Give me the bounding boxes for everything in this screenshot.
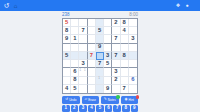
- hint-label: Hint: [129, 99, 134, 102]
- cell-r9c6[interactable]: 9: [104, 85, 112, 93]
- cell-r2c5[interactable]: 5: [96, 27, 104, 35]
- numpad-1[interactable]: 1: [62, 105, 70, 112]
- cell-r3c8[interactable]: [121, 35, 129, 43]
- cell-r9c7[interactable]: [112, 85, 120, 93]
- undo-icon: ↺: [65, 98, 68, 102]
- cell-r4c8[interactable]: [121, 44, 129, 52]
- cell-r8c8[interactable]: [121, 77, 129, 85]
- cell-value: 9: [98, 44, 101, 50]
- cell-value: 2: [114, 77, 117, 83]
- cell-value: 1: [73, 36, 76, 42]
- cell-value: 8: [65, 28, 68, 34]
- number-pad: 123456789: [62, 105, 138, 112]
- cell-r4c4[interactable]: [88, 44, 96, 52]
- cell-r9c8[interactable]: 7: [121, 85, 129, 93]
- cell-value: 5: [106, 61, 109, 67]
- cell-r7c1[interactable]: [63, 68, 71, 76]
- cell-r7c8[interactable]: [121, 68, 129, 76]
- cell-r5c6[interactable]: 3: [104, 52, 112, 60]
- cell-value: 7: [114, 36, 117, 42]
- cell-r8c3[interactable]: [79, 77, 87, 85]
- cell-r8c2[interactable]: 8: [71, 77, 79, 85]
- cell-value: 4: [65, 86, 68, 92]
- pencil-icon: ✎: [104, 98, 107, 102]
- info-row: 238 8:00: [62, 12, 138, 18]
- cell-r2c8[interactable]: 4: [121, 27, 129, 35]
- cell-r1c9[interactable]: [129, 19, 137, 27]
- cell-r1c8[interactable]: 8: [121, 19, 129, 27]
- cell-value: 4: [123, 28, 126, 34]
- hint-button[interactable]: ◉ Hint: [121, 96, 139, 104]
- cell-r8c5[interactable]: 1: [96, 77, 104, 85]
- cell-r4c6[interactable]: [104, 44, 112, 52]
- cell-r2c6[interactable]: [104, 27, 112, 35]
- cell-value: 2: [114, 20, 117, 26]
- cell-value: 3: [131, 36, 134, 42]
- cell-value: 6: [131, 77, 134, 83]
- cell-value: 7: [123, 86, 126, 92]
- numpad-4[interactable]: 4: [88, 105, 96, 112]
- undo-button[interactable]: ↺ Undo: [62, 96, 80, 104]
- cell-value: 6: [73, 69, 76, 75]
- cell-value: 5: [73, 86, 76, 92]
- cell-r5c2[interactable]: [71, 52, 79, 60]
- pencil-notes: 1: [96, 77, 103, 80]
- cell-r1c5[interactable]: [96, 19, 104, 27]
- cell-r5c8[interactable]: 8: [121, 52, 129, 60]
- cell-r1c7[interactable]: 2: [112, 19, 120, 27]
- cell-value: 5: [65, 20, 68, 26]
- cell-r2c3[interactable]: 7: [79, 27, 87, 35]
- cell-r7c3[interactable]: 1 1: [79, 68, 87, 76]
- cell-value: 3: [114, 69, 117, 75]
- palette-icon[interactable]: ❖: [174, 0, 182, 11]
- erase-label: Erase: [88, 99, 96, 102]
- cell-value: 9: [106, 86, 109, 92]
- cell-r5c3[interactable]: [79, 52, 87, 60]
- control-buttons: ↺ Undo ▱ Erase ✎ Notes ◉ Hint: [62, 96, 138, 104]
- cell-value: 8: [123, 53, 126, 59]
- cell-value: 7: [98, 61, 101, 67]
- cell-r8c1[interactable]: [63, 77, 71, 85]
- undo-label: Undo: [69, 99, 76, 102]
- restart-icon[interactable]: ↺: [2, 0, 11, 11]
- cell-r3c3[interactable]: [79, 35, 87, 43]
- cell-r4c3[interactable]: [79, 44, 87, 52]
- cell-r1c3[interactable]: [79, 19, 87, 27]
- cell-r4c5[interactable]: 9: [96, 44, 104, 52]
- cell-r8c9[interactable]: 6: [129, 77, 137, 85]
- cell-r6c9[interactable]: [129, 60, 137, 68]
- cell-r6c8[interactable]: [121, 60, 129, 68]
- cell-value: 7: [81, 28, 84, 34]
- top-bar: ↺ ⌂ ❖ ●: [0, 0, 200, 11]
- cell-r5c9[interactable]: [129, 52, 137, 60]
- cell-r6c5[interactable]: 7: [96, 60, 104, 68]
- cell-r9c1[interactable]: 4: [63, 85, 71, 93]
- cell-r3c9[interactable]: 3: [129, 35, 137, 43]
- cell-r3c6[interactable]: [104, 35, 112, 43]
- cell-value: 3: [106, 53, 109, 59]
- cell-r1c2[interactable]: [71, 19, 79, 27]
- cell-r9c3[interactable]: [79, 85, 87, 93]
- cell-r5c7[interactable]: 7: [112, 52, 120, 60]
- hint-badge: [136, 95, 140, 99]
- cell-r5c1[interactable]: 5: [63, 52, 71, 60]
- cell-value: 9: [65, 36, 68, 42]
- cell-value: 8: [73, 77, 76, 83]
- cell-r3c1[interactable]: 9: [63, 35, 71, 43]
- erase-button[interactable]: ▱ Erase: [82, 96, 100, 104]
- sudoku-app: ↺ ⌂ ❖ ● 238 8:00 5288754917395737837561 …: [0, 0, 200, 112]
- cell-value: 8: [123, 20, 126, 26]
- cell-r8c4[interactable]: [88, 77, 96, 85]
- cell-r9c2[interactable]: 5: [71, 85, 79, 93]
- cell-value: 5: [65, 53, 68, 59]
- notes-on-badge: [116, 95, 120, 99]
- notes-button[interactable]: ✎ Notes: [101, 96, 119, 104]
- cell-value: 7: [114, 53, 117, 59]
- cell-r6c4[interactable]: [88, 60, 96, 68]
- hint-icon: ◉: [125, 98, 128, 102]
- cell-r7c6[interactable]: [104, 68, 112, 76]
- cell-r1c6[interactable]: [104, 19, 112, 27]
- numpad-8[interactable]: 8: [122, 105, 130, 112]
- notes-label: Notes: [108, 99, 116, 102]
- cell-r4c7[interactable]: [112, 44, 120, 52]
- cell-r1c1[interactable]: 5: [63, 19, 71, 27]
- sudoku-board: 5288754917395737837561 1381264597: [62, 18, 138, 94]
- cell-r4c9[interactable]: [129, 44, 137, 52]
- numpad-7[interactable]: 7: [113, 105, 121, 112]
- cell-value: 5: [98, 28, 101, 34]
- home-icon[interactable]: ⌂: [11, 0, 20, 11]
- cell-value: 7: [90, 53, 93, 59]
- cell-r9c5[interactable]: [96, 85, 104, 93]
- cell-r1c4[interactable]: [88, 19, 96, 27]
- numpad-3[interactable]: 3: [79, 105, 87, 112]
- cell-r4c2[interactable]: [71, 44, 79, 52]
- cell-r6c6[interactable]: 5: [104, 60, 112, 68]
- numpad-2[interactable]: 2: [71, 105, 79, 112]
- cell-r8c6[interactable]: [104, 77, 112, 85]
- cell-r7c4[interactable]: [88, 68, 96, 76]
- profile-icon[interactable]: ●: [183, 0, 191, 11]
- timer-label: 8:00: [129, 12, 138, 17]
- cell-value: 3: [81, 61, 84, 67]
- pencil-notes: 1 1: [79, 69, 86, 72]
- cell-r9c4[interactable]: [88, 85, 96, 93]
- numpad-5[interactable]: 5: [96, 105, 104, 112]
- cell-r6c1[interactable]: [63, 60, 71, 68]
- numpad-6[interactable]: 6: [105, 105, 113, 112]
- cell-r3c2[interactable]: 1: [71, 35, 79, 43]
- cell-r4c1[interactable]: [63, 44, 71, 52]
- cell-r8c7[interactable]: 2: [112, 77, 120, 85]
- cell-r5c5[interactable]: [96, 52, 104, 60]
- numpad-9[interactable]: 9: [131, 105, 139, 112]
- cell-r3c7[interactable]: 7: [112, 35, 120, 43]
- cell-r9c9[interactable]: [129, 85, 137, 93]
- cell-r2c4[interactable]: [88, 27, 96, 35]
- score-label: 238: [62, 12, 70, 17]
- cell-r3c4[interactable]: [88, 35, 96, 43]
- eraser-icon: ▱: [84, 98, 87, 102]
- cell-r5c4[interactable]: 7: [88, 52, 96, 60]
